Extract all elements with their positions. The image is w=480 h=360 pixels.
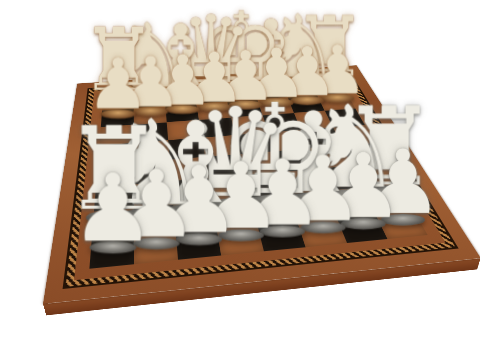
chess-set-photo-scene: ♜♞♝♛♚♝♞♜♟♟♟♟♟♟♟♟♜♞♝♛♚♝♞♜♟♟♟♟♟♟♟♟ (0, 0, 480, 360)
rope-border: ♜♞♝♛♚♝♞♜♟♟♟♟♟♟♟♟♜♞♝♛♚♝♞♜♟♟♟♟♟♟♟♟ (63, 71, 459, 289)
board-grid: ♜♞♝♛♚♝♞♜♟♟♟♟♟♟♟♟♜♞♝♛♚♝♞♜♟♟♟♟♟♟♟♟ (89, 79, 427, 269)
white-pawn[interactable]: ♟ (26, 161, 198, 255)
square-a1[interactable]: ♟ (89, 235, 134, 269)
inner-wood-margin: ♜♞♝♛♚♝♞♜♟♟♟♟♟♟♟♟♜♞♝♛♚♝♞♜♟♟♟♟♟♟♟♟ (74, 74, 445, 280)
chess-board: ♜♞♝♛♚♝♞♜♟♟♟♟♟♟♟♟♜♞♝♛♚♝♞♜♟♟♟♟♟♟♟♟ (43, 65, 480, 304)
